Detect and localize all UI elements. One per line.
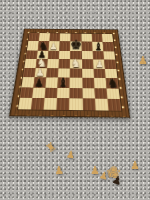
loose-white-pawn[interactable]: ♟: [53, 165, 64, 177]
loose-white-pawn[interactable]: ♟: [130, 160, 140, 171]
carpet-background: ♞♟♚♝♟♞♞♟♟♟♝♞ ♟♜♟♟♟♟♚♟♟: [0, 0, 150, 200]
loose-white-rook[interactable]: ♜: [44, 140, 58, 155]
loose-pieces-layer: ♟♜♟♟♟♟♚♟♟: [0, 0, 150, 200]
loose-black-pawn[interactable]: ♟: [111, 174, 124, 188]
loose-white-pawn[interactable]: ♟: [65, 149, 75, 160]
loose-white-pawn[interactable]: ♟: [138, 55, 148, 66]
